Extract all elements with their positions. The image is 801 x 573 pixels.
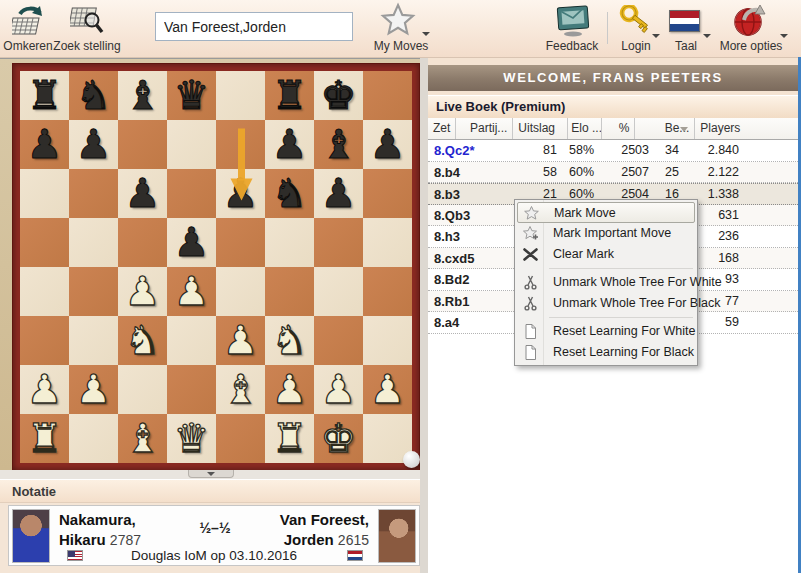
square-g4[interactable] [314,267,363,316]
players-cell [745,162,798,183]
played-percent: 34 [652,140,685,161]
white-pawn[interactable]: ♟ [20,365,69,414]
square-e2[interactable]: ♝ [216,365,265,414]
engine-ball-indicator [403,451,420,468]
login-label: Login [612,39,660,53]
collapse-handle-button[interactable] [188,470,234,478]
search-position-label: Zoek stelling [48,39,126,53]
black-pawn[interactable]: ♟ [69,120,118,169]
star-icon [523,205,540,222]
square-g7[interactable]: ♝ [314,120,363,169]
more-options-label: More opties [714,39,788,53]
black-player-photo [378,509,416,563]
book-move: 8.Qc2* [428,140,506,161]
login-button[interactable]: Login [612,2,660,56]
white-knight[interactable]: ♞ [118,316,167,365]
livebook-title: Live Boek (Premium) [428,95,798,118]
square-f6[interactable]: ♞ [265,169,314,218]
menu-item-label: Clear Mark [553,247,614,261]
login-key-icon [617,5,653,37]
chess-board: ♜♞♝♛♜♚♟♟♟♝♟♟♟♞♟♟♟♟♞♟♞♟♟♝♟♟♟♜♝♛♜♚ [20,71,412,463]
white-rook[interactable]: ♜ [265,414,314,463]
square-d7[interactable] [167,120,216,169]
menu-item-unmark-whole-tree-for-black[interactable]: Unmark Whole Tree For Black [517,293,695,314]
square-b2[interactable]: ♟ [69,365,118,414]
book-move: 8.Bd2 [428,269,506,290]
players-cell [745,248,798,269]
square-b3[interactable] [69,316,118,365]
black-queen[interactable]: ♛ [167,71,216,120]
black-pawn[interactable]: ♟ [265,120,314,169]
square-f3[interactable]: ♞ [265,316,314,365]
square-e5[interactable] [216,218,265,267]
feedback-button[interactable]: Feedback [540,2,604,56]
be-value: 2.840 [685,140,745,161]
column-header-be[interactable]: Be... [635,118,695,139]
square-b8[interactable]: ♞ [69,71,118,120]
page-icon [522,344,539,361]
panel-gap [428,58,798,65]
menu-item-label: Mark Move [554,206,616,220]
white-pawn[interactable]: ♟ [363,365,412,414]
square-b6[interactable] [69,169,118,218]
square-a4[interactable] [20,267,69,316]
context-menu: Mark MoveMark Important MoveClear MarkUn… [514,199,698,366]
square-c5[interactable] [118,218,167,267]
scissors-icon [522,295,539,312]
played-percent: 25 [652,162,685,183]
square-d4[interactable]: ♟ [167,267,216,316]
black-player-elo: 2615 [338,532,369,548]
column-header-move[interactable]: Zet [428,118,456,139]
column-header-games[interactable]: Partij... [456,118,513,139]
white-queen[interactable]: ♛ [167,414,216,463]
result-percent: 58% [563,140,618,161]
square-h4[interactable] [363,267,412,316]
square-f5[interactable] [265,218,314,267]
square-c8[interactable]: ♝ [118,71,167,120]
book-move: 8.Qb3 [428,205,506,226]
black-knight[interactable]: ♞ [69,71,118,120]
white-bishop[interactable]: ♝ [216,365,265,414]
menu-item-clear-mark[interactable]: Clear Mark [517,244,695,265]
menu-item-label: Mark Important Move [553,226,671,240]
menu-item-label: Unmark Whole Tree For Black [553,296,720,310]
square-f8[interactable]: ♜ [265,71,314,120]
square-e1[interactable] [216,414,265,463]
square-f2[interactable]: ♟ [265,365,314,414]
avg-elo: 2507 [618,162,652,183]
star-plus-icon [522,225,539,242]
white-pawn[interactable]: ♟ [69,365,118,414]
toolbar-separator [607,12,608,44]
square-d1[interactable]: ♛ [167,414,216,463]
white-king[interactable]: ♚ [314,414,363,463]
login-dropdown-caret[interactable] [652,34,660,38]
menu-item-mark-important-move[interactable]: Mark Important Move [517,223,695,244]
white-player-elo: 2787 [110,532,141,548]
collapse-chevron-icon [207,472,215,476]
square-c4[interactable]: ♟ [118,267,167,316]
welcome-banner: WELCOME, FRANS PEETERS [428,65,798,91]
white-pawn[interactable]: ♟ [265,365,314,414]
menu-separator [549,317,693,318]
square-h5[interactable] [363,218,412,267]
my-moves-star-icon [380,2,416,38]
black-king[interactable]: ♚ [314,71,363,120]
black-rook[interactable]: ♜ [265,71,314,120]
black-bishop[interactable]: ♝ [118,71,167,120]
square-b1[interactable] [69,414,118,463]
square-f4[interactable] [265,267,314,316]
black-pawn[interactable]: ♟ [20,120,69,169]
square-e4[interactable] [216,267,265,316]
square-c7[interactable] [118,120,167,169]
players-cell [745,226,798,247]
event-name: Douglas IoM op 03.10.2016 [57,548,371,564]
square-d6[interactable] [167,169,216,218]
square-e3[interactable]: ♟ [216,316,265,365]
square-c2[interactable] [118,365,167,414]
notation-header[interactable]: Notatie [0,479,420,503]
book-move: 8.a4 [428,312,506,333]
square-a3[interactable] [20,316,69,365]
white-pawn[interactable]: ♟ [216,316,265,365]
book-move: 8.b3 [428,184,506,204]
square-g6[interactable]: ♟ [314,169,363,218]
book-move-row[interactable]: 8.Qc2*8158%2503342.840 [428,140,798,162]
players-cell [745,184,798,204]
menu-item-label: Unmark Whole Tree For White [553,275,722,289]
square-d5[interactable]: ♟ [167,218,216,267]
square-a6[interactable] [20,169,69,218]
square-c3[interactable]: ♞ [118,316,167,365]
square-e6[interactable]: ♟ [216,169,265,218]
feedback-label: Feedback [540,39,604,53]
black-pawn[interactable]: ♟ [118,169,167,218]
language-dropdown-caret[interactable] [703,34,711,38]
square-a2[interactable]: ♟ [20,365,69,414]
players-cell [745,291,798,312]
white-pawn[interactable]: ♟ [314,365,363,414]
games-count: 58 [506,162,563,183]
board-collapse-strip [0,470,420,479]
square-h8[interactable] [363,71,412,120]
book-move: 8.h3 [428,226,506,247]
book-move: 8.b4 [428,162,506,183]
search-position-button[interactable]: Zoek stelling [48,2,126,56]
menu-separator [549,268,693,269]
more-options-button[interactable]: More opties [714,2,788,56]
player-search-input[interactable] [155,12,353,41]
clear-mark-icon [522,246,539,263]
square-a1[interactable]: ♜ [20,414,69,463]
square-h6[interactable] [363,169,412,218]
players-cell [745,205,798,226]
square-c1[interactable]: ♝ [118,414,167,463]
white-player-name: Nakamura, Hikaru 2787 [59,510,141,550]
result-percent: 60% [563,162,618,183]
page-icon [522,323,539,340]
square-h3[interactable] [363,316,412,365]
white-knight[interactable]: ♞ [265,316,314,365]
white-rook[interactable]: ♜ [20,414,69,463]
more-options-dropdown-caret[interactable] [780,34,788,38]
white-player-lastname: Nakamura, [59,510,141,530]
square-a8[interactable]: ♜ [20,71,69,120]
square-b4[interactable] [69,267,118,316]
square-e8[interactable] [216,71,265,120]
black-pawn[interactable]: ♟ [216,169,265,218]
avg-elo: 2503 [618,140,652,161]
square-g8[interactable]: ♚ [314,71,363,120]
book-move: 8.Rb1 [428,291,506,312]
chessbase-livebook-window: Omkeren Zoek stelling My Moves [0,0,801,573]
livebook-table-header: Zet Partij... Uitslag Elo ... % Be... Pl… [428,118,798,140]
menu-item-mark-move[interactable]: Mark Move [517,202,695,223]
game-result: ½–½ [187,520,243,536]
dutch-flag-icon [669,10,700,32]
square-d2[interactable] [167,365,216,414]
sort-descending-icon [680,127,688,132]
chess-board-frame: ♜♞♝♛♜♚♟♟♟♝♟♟♟♞♟♟♟♟♞♟♞♟♟♝♟♟♟♜♝♛♜♚ [12,63,420,471]
square-g2[interactable]: ♟ [314,365,363,414]
language-label: Taal [662,39,710,53]
black-player-lastname: Van Foreest, [280,510,369,530]
black-rook[interactable]: ♜ [20,71,69,120]
my-moves-button[interactable]: My Moves [366,2,436,56]
square-a7[interactable]: ♟ [20,120,69,169]
square-a5[interactable] [20,218,69,267]
square-b5[interactable] [69,218,118,267]
column-header-players[interactable]: Players [695,118,798,139]
square-f1[interactable]: ♜ [265,414,314,463]
panel-splitter[interactable] [420,58,428,573]
games-count: 81 [506,140,563,161]
game-header-card: Nakamura, Hikaru 2787 ½–½ Van Foreest, J… [8,505,420,566]
nl-flag-icon [347,550,363,561]
square-h2[interactable]: ♟ [363,365,412,414]
book-move: 8.cxd5 [428,248,506,269]
square-e7[interactable] [216,120,265,169]
players-cell [745,140,798,161]
column-header-result[interactable]: Uitslag [513,118,568,139]
notation-title: Notatie [12,484,56,499]
scissors-icon [522,274,539,291]
players-cell [745,269,798,290]
menu-item-reset-learning-for-white[interactable]: Reset Learning For White [517,321,695,342]
square-d3[interactable] [167,316,216,365]
column-header-elo[interactable]: Elo ... [568,118,602,139]
square-h7[interactable]: ♟ [363,120,412,169]
menu-item-label: Reset Learning For White [553,324,695,338]
book-move-row[interactable]: 8.b45860%2507252.122 [428,162,798,184]
square-g5[interactable] [314,218,363,267]
menu-item-label: Reset Learning For Black [553,345,694,359]
white-player-firstname: Hikaru [59,531,106,548]
my-moves-label: My Moves [366,39,436,53]
black-bishop[interactable]: ♝ [314,120,363,169]
players-cell [745,312,798,333]
white-pawn[interactable]: ♟ [118,267,167,316]
black-pawn[interactable]: ♟ [314,169,363,218]
column-header-percent[interactable]: % [602,118,635,139]
white-bishop[interactable]: ♝ [118,414,167,463]
feedback-icon [552,4,592,38]
black-player-name: Van Foreest, Jorden 2615 [280,510,369,550]
search-position-icon [70,4,104,38]
black-knight[interactable]: ♞ [265,169,314,218]
square-d8[interactable]: ♛ [167,71,216,120]
square-c6[interactable]: ♟ [118,169,167,218]
menu-item-unmark-whole-tree-for-white[interactable]: Unmark Whole Tree For White [517,272,695,293]
square-g1[interactable]: ♚ [314,414,363,463]
white-pawn[interactable]: ♟ [167,267,216,316]
language-button[interactable]: Taal [662,2,710,56]
square-f7[interactable]: ♟ [265,120,314,169]
flip-board-icon [12,4,46,38]
menu-item-reset-learning-for-black[interactable]: Reset Learning For Black [517,342,695,363]
my-moves-dropdown-caret[interactable] [422,32,430,36]
black-pawn[interactable]: ♟ [363,120,412,169]
black-pawn[interactable]: ♟ [167,218,216,267]
toolbar: Omkeren Zoek stelling My Moves [0,0,801,58]
more-options-globe-icon [732,4,766,38]
white-player-photo [12,509,50,563]
black-player-firstname: Jorden [284,531,334,548]
board-panel: ♜♞♝♛♜♚♟♟♟♝♟♟♟♞♟♟♟♟♞♟♞♟♟♝♟♟♟♜♝♛♜♚ [0,58,420,470]
square-b7[interactable]: ♟ [69,120,118,169]
square-g3[interactable] [314,316,363,365]
be-value: 2.122 [685,162,745,183]
